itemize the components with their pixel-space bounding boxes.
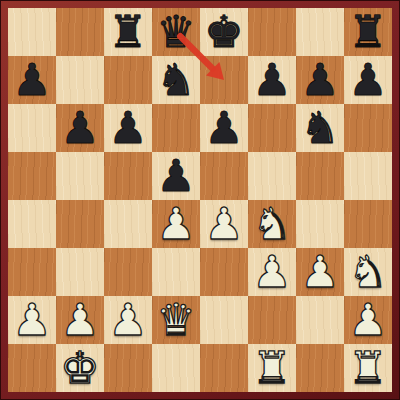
- square-g2[interactable]: [296, 296, 344, 344]
- square-h2[interactable]: ♟: [344, 296, 392, 344]
- white-knight[interactable]: ♞: [252, 200, 291, 248]
- square-b6[interactable]: ♟: [56, 104, 104, 152]
- white-pawn[interactable]: ♟: [156, 200, 195, 248]
- square-d7[interactable]: ♞: [152, 56, 200, 104]
- square-a3[interactable]: [8, 248, 56, 296]
- square-d1[interactable]: [152, 344, 200, 392]
- black-king[interactable]: ♚: [204, 8, 243, 56]
- square-e5[interactable]: [200, 152, 248, 200]
- square-d8[interactable]: ♛: [152, 8, 200, 56]
- square-h5[interactable]: [344, 152, 392, 200]
- white-knight[interactable]: ♞: [348, 248, 387, 296]
- black-pawn[interactable]: ♟: [348, 56, 387, 104]
- black-rook[interactable]: ♜: [348, 8, 387, 56]
- square-f7[interactable]: ♟: [248, 56, 296, 104]
- black-pawn[interactable]: ♟: [156, 152, 195, 200]
- white-pawn[interactable]: ♟: [12, 296, 51, 344]
- square-b4[interactable]: [56, 200, 104, 248]
- square-g8[interactable]: [296, 8, 344, 56]
- black-pawn[interactable]: ♟: [204, 104, 243, 152]
- square-h1[interactable]: ♜: [344, 344, 392, 392]
- square-g1[interactable]: [296, 344, 344, 392]
- square-g3[interactable]: ♟: [296, 248, 344, 296]
- square-d6[interactable]: [152, 104, 200, 152]
- square-c3[interactable]: [104, 248, 152, 296]
- square-e7[interactable]: [200, 56, 248, 104]
- square-c5[interactable]: [104, 152, 152, 200]
- white-rook[interactable]: ♜: [348, 344, 387, 392]
- black-pawn[interactable]: ♟: [60, 104, 99, 152]
- square-c2[interactable]: ♟: [104, 296, 152, 344]
- square-a2[interactable]: ♟: [8, 296, 56, 344]
- square-c6[interactable]: ♟: [104, 104, 152, 152]
- square-b1[interactable]: ♚: [56, 344, 104, 392]
- white-pawn[interactable]: ♟: [108, 296, 147, 344]
- white-rook[interactable]: ♜: [252, 344, 291, 392]
- square-c1[interactable]: [104, 344, 152, 392]
- square-c8[interactable]: ♜: [104, 8, 152, 56]
- square-e8[interactable]: ♚: [200, 8, 248, 56]
- square-h3[interactable]: ♞: [344, 248, 392, 296]
- white-pawn[interactable]: ♟: [204, 200, 243, 248]
- square-a6[interactable]: [8, 104, 56, 152]
- black-pawn[interactable]: ♟: [12, 56, 51, 104]
- square-b7[interactable]: [56, 56, 104, 104]
- square-h8[interactable]: ♜: [344, 8, 392, 56]
- black-rook[interactable]: ♜: [108, 8, 147, 56]
- square-d2[interactable]: ♛: [152, 296, 200, 344]
- white-king[interactable]: ♚: [60, 344, 99, 392]
- white-queen[interactable]: ♛: [156, 296, 195, 344]
- square-h7[interactable]: ♟: [344, 56, 392, 104]
- square-b5[interactable]: [56, 152, 104, 200]
- square-f2[interactable]: [248, 296, 296, 344]
- chess-board: ♜♛♚♜♟♞♟♟♟♟♟♟♞♟♟♟♞♟♟♞♟♟♟♛♟♚♜♜: [8, 8, 392, 392]
- square-b2[interactable]: ♟: [56, 296, 104, 344]
- square-c7[interactable]: [104, 56, 152, 104]
- square-f3[interactable]: ♟: [248, 248, 296, 296]
- black-pawn[interactable]: ♟: [300, 56, 339, 104]
- white-pawn[interactable]: ♟: [60, 296, 99, 344]
- board-frame: ♜♛♚♜♟♞♟♟♟♟♟♟♞♟♟♟♞♟♟♞♟♟♟♛♟♚♜♜: [0, 0, 400, 400]
- square-e3[interactable]: [200, 248, 248, 296]
- square-a5[interactable]: [8, 152, 56, 200]
- square-h6[interactable]: [344, 104, 392, 152]
- white-pawn[interactable]: ♟: [252, 248, 291, 296]
- square-e6[interactable]: ♟: [200, 104, 248, 152]
- black-queen[interactable]: ♛: [156, 8, 195, 56]
- square-a1[interactable]: [8, 344, 56, 392]
- square-e2[interactable]: [200, 296, 248, 344]
- square-h4[interactable]: [344, 200, 392, 248]
- square-a8[interactable]: [8, 8, 56, 56]
- square-a4[interactable]: [8, 200, 56, 248]
- black-pawn[interactable]: ♟: [252, 56, 291, 104]
- square-f5[interactable]: [248, 152, 296, 200]
- square-g6[interactable]: ♞: [296, 104, 344, 152]
- square-f4[interactable]: ♞: [248, 200, 296, 248]
- square-d3[interactable]: [152, 248, 200, 296]
- square-c4[interactable]: [104, 200, 152, 248]
- square-f8[interactable]: [248, 8, 296, 56]
- black-pawn[interactable]: ♟: [108, 104, 147, 152]
- square-b3[interactable]: [56, 248, 104, 296]
- square-e4[interactable]: ♟: [200, 200, 248, 248]
- square-b8[interactable]: [56, 8, 104, 56]
- black-knight[interactable]: ♞: [156, 56, 195, 104]
- square-a7[interactable]: ♟: [8, 56, 56, 104]
- square-d4[interactable]: ♟: [152, 200, 200, 248]
- square-f6[interactable]: [248, 104, 296, 152]
- white-pawn[interactable]: ♟: [300, 248, 339, 296]
- square-e1[interactable]: [200, 344, 248, 392]
- square-g7[interactable]: ♟: [296, 56, 344, 104]
- square-d5[interactable]: ♟: [152, 152, 200, 200]
- square-g5[interactable]: [296, 152, 344, 200]
- square-f1[interactable]: ♜: [248, 344, 296, 392]
- square-g4[interactable]: [296, 200, 344, 248]
- black-knight[interactable]: ♞: [300, 104, 339, 152]
- white-pawn[interactable]: ♟: [348, 296, 387, 344]
